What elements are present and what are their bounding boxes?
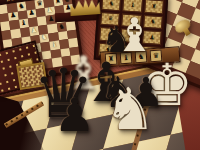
goblet-stem [182, 28, 190, 37]
chess-scene: BLACK TO PLAY ♞♛♜♚♟♟♟♟♝♟♟♞♞♟♝ WHITE TO P… [0, 0, 200, 150]
black-pawn-left[interactable]: ♟ [54, 92, 95, 138]
white-knight[interactable]: ♞ [104, 80, 156, 138]
crown-icon [69, 0, 100, 16]
crown-holder [69, 0, 100, 16]
